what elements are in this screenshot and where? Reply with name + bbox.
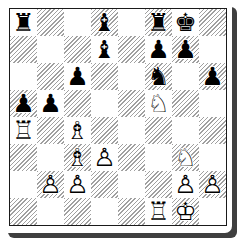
black-king-piece: ♚ [172, 9, 199, 36]
square-b1[interactable] [37, 198, 64, 225]
square-f8[interactable]: ♜ [145, 9, 172, 36]
black-rook-piece: ♜ [10, 9, 37, 36]
square-d3[interactable]: ♟♙ [91, 144, 118, 171]
square-d8[interactable]: ♝ [91, 9, 118, 36]
square-b4[interactable] [37, 117, 64, 144]
square-c2[interactable]: ♟♙ [64, 171, 91, 198]
black-pawn-piece: ♟ [145, 36, 172, 63]
white-pawn-piece: ♟♙ [37, 171, 64, 198]
square-g5[interactable] [172, 90, 199, 117]
square-f2[interactable] [145, 171, 172, 198]
black-pawn-piece: ♟ [10, 90, 37, 117]
square-b6[interactable] [37, 63, 64, 90]
square-f6[interactable]: ♞ [145, 63, 172, 90]
square-g7[interactable]: ♟ [172, 36, 199, 63]
square-g3[interactable]: ♞♘ [172, 144, 199, 171]
square-g6[interactable] [172, 63, 199, 90]
square-d1[interactable] [91, 198, 118, 225]
black-pawn-piece: ♟ [199, 63, 226, 90]
square-d2[interactable] [91, 171, 118, 198]
black-rook-piece: ♜ [145, 9, 172, 36]
square-a1[interactable] [10, 198, 37, 225]
square-c6[interactable]: ♟ [64, 63, 91, 90]
square-h1[interactable] [199, 198, 226, 225]
square-a4[interactable]: ♜♖ [10, 117, 37, 144]
square-c8[interactable] [64, 9, 91, 36]
black-pawn-piece: ♟ [172, 36, 199, 63]
square-f4[interactable] [145, 117, 172, 144]
square-a3[interactable] [10, 144, 37, 171]
square-h8[interactable] [199, 9, 226, 36]
black-pawn-piece: ♟ [64, 63, 91, 90]
square-a2[interactable] [10, 171, 37, 198]
black-pawn-piece: ♟ [37, 90, 64, 117]
square-b5[interactable]: ♟ [37, 90, 64, 117]
white-pawn-piece: ♟♙ [64, 171, 91, 198]
chess-board: ♜♝♜♚♝♟♟♟♞♟♟♟♞♘♜♖♝♗♝♗♟♙♞♘♟♙♟♙♟♙♟♙♜♖♚♔ [9, 8, 227, 226]
square-g1[interactable]: ♚♔ [172, 198, 199, 225]
white-rook-piece: ♜♖ [145, 198, 172, 225]
square-d6[interactable] [91, 63, 118, 90]
square-b8[interactable] [37, 9, 64, 36]
square-c4[interactable]: ♝♗ [64, 117, 91, 144]
square-c5[interactable] [64, 90, 91, 117]
square-g8[interactable]: ♚ [172, 9, 199, 36]
white-pawn-piece: ♟♙ [172, 171, 199, 198]
white-rook-piece: ♜♖ [10, 117, 37, 144]
square-e6[interactable] [118, 63, 145, 90]
square-h3[interactable] [199, 144, 226, 171]
square-a7[interactable] [10, 36, 37, 63]
square-c1[interactable] [64, 198, 91, 225]
white-bishop-piece: ♝♗ [64, 117, 91, 144]
square-a5[interactable]: ♟ [10, 90, 37, 117]
square-e8[interactable] [118, 9, 145, 36]
square-g4[interactable] [172, 117, 199, 144]
white-pawn-piece: ♟♙ [91, 144, 118, 171]
square-e5[interactable] [118, 90, 145, 117]
white-knight-piece: ♞♘ [172, 144, 199, 171]
square-e2[interactable] [118, 171, 145, 198]
square-b3[interactable] [37, 144, 64, 171]
square-f3[interactable] [145, 144, 172, 171]
square-b2[interactable]: ♟♙ [37, 171, 64, 198]
black-bishop-piece: ♝ [91, 9, 118, 36]
square-c3[interactable]: ♝♗ [64, 144, 91, 171]
square-h6[interactable]: ♟ [199, 63, 226, 90]
square-h5[interactable] [199, 90, 226, 117]
square-a8[interactable]: ♜ [10, 9, 37, 36]
square-a6[interactable] [10, 63, 37, 90]
square-c7[interactable] [64, 36, 91, 63]
black-bishop-piece: ♝ [91, 36, 118, 63]
square-f5[interactable]: ♞♘ [145, 90, 172, 117]
square-h2[interactable]: ♟♙ [199, 171, 226, 198]
square-d7[interactable]: ♝ [91, 36, 118, 63]
square-f7[interactable]: ♟ [145, 36, 172, 63]
square-d5[interactable] [91, 90, 118, 117]
square-g2[interactable]: ♟♙ [172, 171, 199, 198]
square-h7[interactable] [199, 36, 226, 63]
white-pawn-piece: ♟♙ [199, 171, 226, 198]
white-king-piece: ♚♔ [172, 198, 199, 225]
square-d4[interactable] [91, 117, 118, 144]
square-e7[interactable] [118, 36, 145, 63]
white-bishop-piece: ♝♗ [64, 144, 91, 171]
square-f1[interactable]: ♜♖ [145, 198, 172, 225]
white-knight-piece: ♞♘ [145, 90, 172, 117]
square-e4[interactable] [118, 117, 145, 144]
square-h4[interactable] [199, 117, 226, 144]
square-e3[interactable] [118, 144, 145, 171]
square-b7[interactable] [37, 36, 64, 63]
black-knight-piece: ♞ [145, 63, 172, 90]
square-e1[interactable] [118, 198, 145, 225]
